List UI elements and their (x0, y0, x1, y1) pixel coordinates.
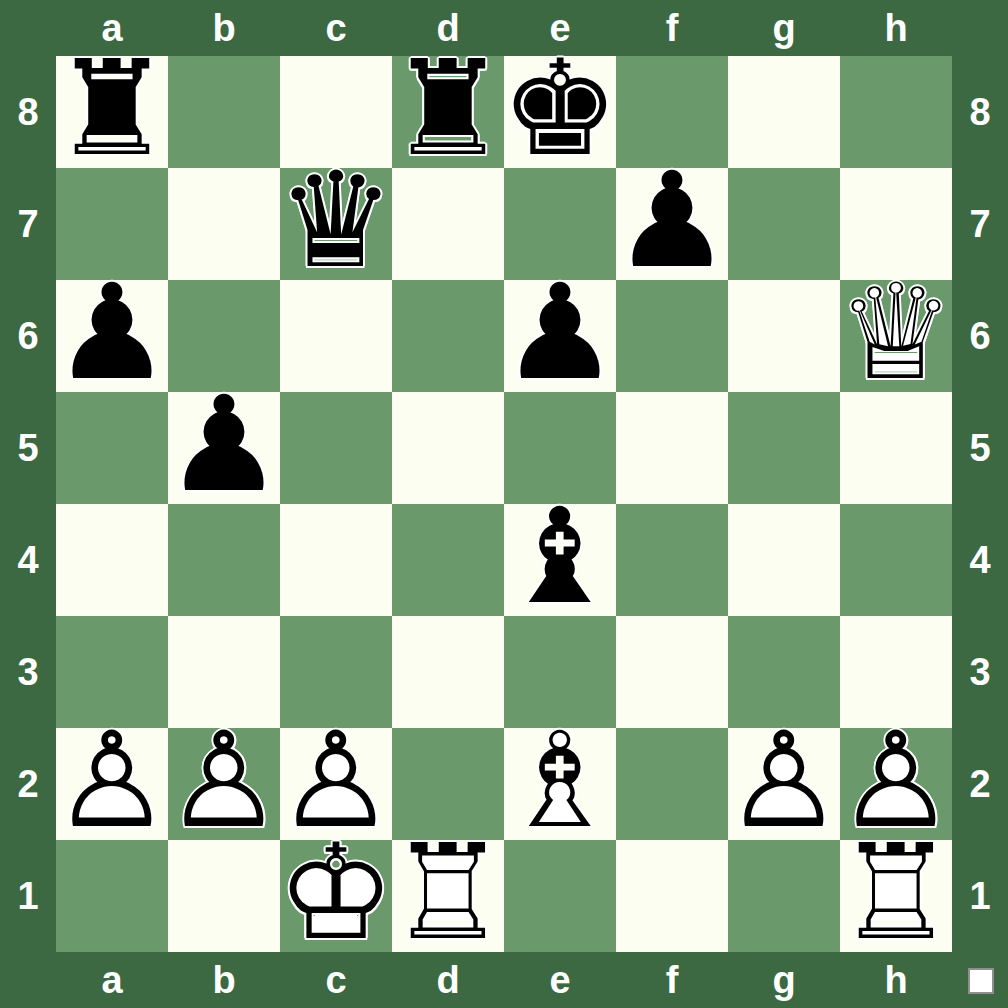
white-pawn-glyph: ♙ (165, 714, 283, 846)
square-f2[interactable] (616, 728, 728, 840)
white-bishop-e2[interactable]: ♝♗ (504, 728, 616, 840)
square-b5[interactable]: ♟♟ (168, 392, 280, 504)
square-f6[interactable] (616, 280, 728, 392)
rank-label-5: 5 (0, 392, 56, 504)
rank-label-2: 2 (952, 728, 1008, 840)
file-label-h: h (840, 0, 952, 56)
white-rook-h1[interactable]: ♜♖ (840, 840, 952, 952)
square-e2[interactable]: ♝♗ (504, 728, 616, 840)
rank-label-1: 1 (952, 840, 1008, 952)
square-g1[interactable] (728, 840, 840, 952)
white-pawn-a2[interactable]: ♟♙ (56, 728, 168, 840)
black-rook-glyph: ♜ (53, 42, 171, 174)
black-bishop-e4[interactable]: ♝♝ (504, 504, 616, 616)
file-label-b: b (168, 952, 280, 1008)
square-f1[interactable] (616, 840, 728, 952)
black-pawn-glyph: ♟ (53, 266, 171, 398)
white-to-move-indicator (968, 968, 994, 994)
square-g5[interactable] (728, 392, 840, 504)
square-a8[interactable]: ♜♜ (56, 56, 168, 168)
square-a2[interactable]: ♟♙ (56, 728, 168, 840)
square-h6[interactable]: ♛♕ (840, 280, 952, 392)
white-king-glyph: ♔ (277, 826, 395, 958)
square-b1[interactable] (168, 840, 280, 952)
square-f7[interactable]: ♟♟ (616, 168, 728, 280)
square-f3[interactable] (616, 616, 728, 728)
square-a4[interactable] (56, 504, 168, 616)
square-c7[interactable]: ♛♛ (280, 168, 392, 280)
black-queen-c7[interactable]: ♛♛ (280, 168, 392, 280)
square-a6[interactable]: ♟♟ (56, 280, 168, 392)
square-c4[interactable] (280, 504, 392, 616)
black-pawn-a6[interactable]: ♟♟ (56, 280, 168, 392)
square-e4[interactable]: ♝♝ (504, 504, 616, 616)
rank-label-2: 2 (0, 728, 56, 840)
file-label-c: c (280, 0, 392, 56)
file-label-b: b (168, 0, 280, 56)
square-g7[interactable] (728, 168, 840, 280)
square-b7[interactable] (168, 168, 280, 280)
square-h8[interactable] (840, 56, 952, 168)
square-g8[interactable] (728, 56, 840, 168)
square-b8[interactable] (168, 56, 280, 168)
square-f5[interactable] (616, 392, 728, 504)
black-pawn-e6[interactable]: ♟♟ (504, 280, 616, 392)
black-pawn-f7[interactable]: ♟♟ (616, 168, 728, 280)
rank-labels-left: 87654321 (0, 56, 56, 952)
rank-labels-right: 87654321 (952, 56, 1008, 952)
rank-label-4: 4 (0, 504, 56, 616)
file-label-g: g (728, 952, 840, 1008)
black-king-e8[interactable]: ♚♚ (504, 56, 616, 168)
square-h4[interactable] (840, 504, 952, 616)
black-rook-d8[interactable]: ♜♜ (392, 56, 504, 168)
chess-diagram: abcdefgh abcdefgh 87654321 87654321 ♜♜♜♜… (0, 0, 1008, 1008)
rank-label-3: 3 (952, 616, 1008, 728)
rank-label-7: 7 (952, 168, 1008, 280)
black-rook-a8[interactable]: ♜♜ (56, 56, 168, 168)
square-h5[interactable] (840, 392, 952, 504)
square-d4[interactable] (392, 504, 504, 616)
white-king-c1[interactable]: ♚♔ (280, 840, 392, 952)
white-rook-glyph: ♖ (389, 826, 507, 958)
square-d6[interactable] (392, 280, 504, 392)
chess-board: ♜♜♜♜♚♚♛♛♟♟♟♟♟♟♛♕♟♟♝♝♟♙♟♙♟♙♝♗♟♙♟♙♚♔♜♖♜♖ (56, 56, 952, 952)
rank-label-3: 3 (0, 616, 56, 728)
square-c5[interactable] (280, 392, 392, 504)
square-d3[interactable] (392, 616, 504, 728)
square-a5[interactable] (56, 392, 168, 504)
black-rook-glyph: ♜ (389, 42, 507, 174)
white-queen-h6[interactable]: ♛♕ (840, 280, 952, 392)
square-g2[interactable]: ♟♙ (728, 728, 840, 840)
file-label-g: g (728, 0, 840, 56)
white-pawn-glyph: ♙ (725, 714, 843, 846)
white-pawn-b2[interactable]: ♟♙ (168, 728, 280, 840)
black-bishop-glyph: ♝ (501, 490, 619, 622)
black-pawn-b5[interactable]: ♟♟ (168, 392, 280, 504)
rank-label-6: 6 (952, 280, 1008, 392)
black-pawn-glyph: ♟ (165, 378, 283, 510)
black-pawn-glyph: ♟ (501, 266, 619, 398)
rank-label-7: 7 (0, 168, 56, 280)
rank-label-6: 6 (0, 280, 56, 392)
file-label-f: f (616, 0, 728, 56)
rank-label-4: 4 (952, 504, 1008, 616)
rank-label-1: 1 (0, 840, 56, 952)
square-h1[interactable]: ♜♖ (840, 840, 952, 952)
square-e1[interactable] (504, 840, 616, 952)
black-queen-glyph: ♛ (277, 154, 395, 286)
square-d1[interactable]: ♜♖ (392, 840, 504, 952)
rank-label-8: 8 (952, 56, 1008, 168)
square-b2[interactable]: ♟♙ (168, 728, 280, 840)
file-label-a: a (56, 952, 168, 1008)
square-g4[interactable] (728, 504, 840, 616)
white-pawn-glyph: ♙ (53, 714, 171, 846)
square-c1[interactable]: ♚♔ (280, 840, 392, 952)
square-e8[interactable]: ♚♚ (504, 56, 616, 168)
file-label-f: f (616, 952, 728, 1008)
rank-label-8: 8 (0, 56, 56, 168)
square-d7[interactable] (392, 168, 504, 280)
white-bishop-glyph: ♗ (501, 714, 619, 846)
square-b4[interactable] (168, 504, 280, 616)
square-a1[interactable] (56, 840, 168, 952)
square-g6[interactable] (728, 280, 840, 392)
white-rook-glyph: ♖ (837, 826, 955, 958)
square-e6[interactable]: ♟♟ (504, 280, 616, 392)
file-label-e: e (504, 952, 616, 1008)
black-king-glyph: ♚ (501, 42, 619, 174)
white-rook-d1[interactable]: ♜♖ (392, 840, 504, 952)
white-pawn-g2[interactable]: ♟♙ (728, 728, 840, 840)
white-queen-glyph: ♕ (837, 266, 955, 398)
black-pawn-glyph: ♟ (613, 154, 731, 286)
square-d8[interactable]: ♜♜ (392, 56, 504, 168)
square-c6[interactable] (280, 280, 392, 392)
rank-label-5: 5 (952, 392, 1008, 504)
square-f4[interactable] (616, 504, 728, 616)
square-d5[interactable] (392, 392, 504, 504)
